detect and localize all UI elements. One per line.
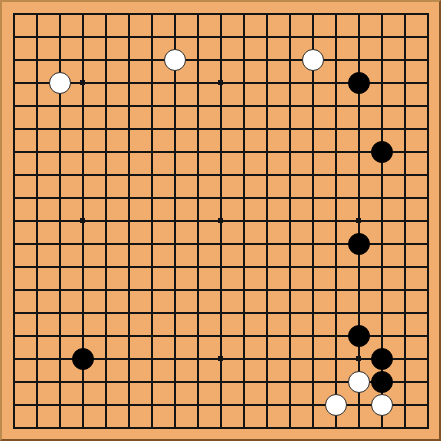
intersection-E17[interactable]: [94, 48, 117, 71]
intersection-N18[interactable]: [278, 25, 301, 48]
intersection-R4[interactable]: [370, 347, 393, 370]
intersection-N14[interactable]: [278, 117, 301, 140]
intersection-C4[interactable]: [48, 347, 71, 370]
intersection-K17[interactable]: [209, 48, 232, 71]
intersection-L9[interactable]: [232, 232, 255, 255]
intersection-H6[interactable]: [163, 301, 186, 324]
intersection-O6[interactable]: [301, 301, 324, 324]
intersection-R10[interactable]: [370, 209, 393, 232]
intersection-Q14[interactable]: [347, 117, 370, 140]
intersection-F18[interactable]: [117, 25, 140, 48]
intersection-D18[interactable]: [71, 25, 94, 48]
intersection-S15[interactable]: [393, 94, 416, 117]
intersection-F16[interactable]: [117, 71, 140, 94]
intersection-C9[interactable]: [48, 232, 71, 255]
intersection-G1[interactable]: [140, 416, 163, 439]
intersection-T4[interactable]: [416, 347, 439, 370]
intersection-L18[interactable]: [232, 25, 255, 48]
intersection-K9[interactable]: [209, 232, 232, 255]
intersection-C2[interactable]: [48, 393, 71, 416]
intersection-D1[interactable]: [71, 416, 94, 439]
intersection-Q3[interactable]: [347, 370, 370, 393]
intersection-N6[interactable]: [278, 301, 301, 324]
intersection-T8[interactable]: [416, 255, 439, 278]
intersection-Q8[interactable]: [347, 255, 370, 278]
intersection-G8[interactable]: [140, 255, 163, 278]
intersection-O8[interactable]: [301, 255, 324, 278]
intersection-E8[interactable]: [94, 255, 117, 278]
intersection-J10[interactable]: [186, 209, 209, 232]
intersection-E15[interactable]: [94, 94, 117, 117]
intersection-C19[interactable]: [48, 2, 71, 25]
intersection-C1[interactable]: [48, 416, 71, 439]
intersection-O9[interactable]: [301, 232, 324, 255]
intersection-A16[interactable]: [2, 71, 25, 94]
intersection-O2[interactable]: [301, 393, 324, 416]
intersection-E7[interactable]: [94, 278, 117, 301]
intersection-R6[interactable]: [370, 301, 393, 324]
intersection-G9[interactable]: [140, 232, 163, 255]
intersection-M10[interactable]: [255, 209, 278, 232]
intersection-P13[interactable]: [324, 140, 347, 163]
intersection-N7[interactable]: [278, 278, 301, 301]
intersection-G5[interactable]: [140, 324, 163, 347]
intersection-C13[interactable]: [48, 140, 71, 163]
intersection-B15[interactable]: [25, 94, 48, 117]
intersection-B6[interactable]: [25, 301, 48, 324]
intersection-D10[interactable]: [71, 209, 94, 232]
intersection-D15[interactable]: [71, 94, 94, 117]
intersection-S6[interactable]: [393, 301, 416, 324]
intersection-N13[interactable]: [278, 140, 301, 163]
intersection-P17[interactable]: [324, 48, 347, 71]
intersection-T1[interactable]: [416, 416, 439, 439]
intersection-R15[interactable]: [370, 94, 393, 117]
intersection-M11[interactable]: [255, 186, 278, 209]
intersection-K19[interactable]: [209, 2, 232, 25]
intersection-B9[interactable]: [25, 232, 48, 255]
intersection-N10[interactable]: [278, 209, 301, 232]
intersection-M14[interactable]: [255, 117, 278, 140]
intersection-P19[interactable]: [324, 2, 347, 25]
intersection-C15[interactable]: [48, 94, 71, 117]
intersection-T9[interactable]: [416, 232, 439, 255]
intersection-D11[interactable]: [71, 186, 94, 209]
intersection-R19[interactable]: [370, 2, 393, 25]
intersection-R3[interactable]: [370, 370, 393, 393]
intersection-L10[interactable]: [232, 209, 255, 232]
intersection-T10[interactable]: [416, 209, 439, 232]
intersection-H11[interactable]: [163, 186, 186, 209]
intersection-E11[interactable]: [94, 186, 117, 209]
intersection-F14[interactable]: [117, 117, 140, 140]
intersection-B10[interactable]: [25, 209, 48, 232]
intersection-B5[interactable]: [25, 324, 48, 347]
intersection-B14[interactable]: [25, 117, 48, 140]
intersection-K13[interactable]: [209, 140, 232, 163]
intersection-A5[interactable]: [2, 324, 25, 347]
intersection-J8[interactable]: [186, 255, 209, 278]
intersection-K2[interactable]: [209, 393, 232, 416]
intersection-C12[interactable]: [48, 163, 71, 186]
intersection-H14[interactable]: [163, 117, 186, 140]
intersection-R16[interactable]: [370, 71, 393, 94]
intersection-M5[interactable]: [255, 324, 278, 347]
intersection-M8[interactable]: [255, 255, 278, 278]
intersection-O11[interactable]: [301, 186, 324, 209]
intersection-Q19[interactable]: [347, 2, 370, 25]
intersection-J6[interactable]: [186, 301, 209, 324]
intersection-P7[interactable]: [324, 278, 347, 301]
intersection-K1[interactable]: [209, 416, 232, 439]
intersection-Q7[interactable]: [347, 278, 370, 301]
intersection-S4[interactable]: [393, 347, 416, 370]
intersection-D8[interactable]: [71, 255, 94, 278]
intersection-R9[interactable]: [370, 232, 393, 255]
intersection-P16[interactable]: [324, 71, 347, 94]
intersection-M19[interactable]: [255, 2, 278, 25]
intersection-B7[interactable]: [25, 278, 48, 301]
intersection-E1[interactable]: [94, 416, 117, 439]
intersection-B2[interactable]: [25, 393, 48, 416]
intersection-F9[interactable]: [117, 232, 140, 255]
intersection-R14[interactable]: [370, 117, 393, 140]
intersection-C14[interactable]: [48, 117, 71, 140]
intersection-F10[interactable]: [117, 209, 140, 232]
intersection-F4[interactable]: [117, 347, 140, 370]
intersection-M7[interactable]: [255, 278, 278, 301]
intersection-N5[interactable]: [278, 324, 301, 347]
intersection-T6[interactable]: [416, 301, 439, 324]
intersection-G15[interactable]: [140, 94, 163, 117]
intersection-D17[interactable]: [71, 48, 94, 71]
intersection-D6[interactable]: [71, 301, 94, 324]
intersection-K4[interactable]: [209, 347, 232, 370]
intersection-M6[interactable]: [255, 301, 278, 324]
intersection-R12[interactable]: [370, 163, 393, 186]
intersection-E9[interactable]: [94, 232, 117, 255]
intersection-T11[interactable]: [416, 186, 439, 209]
intersection-H9[interactable]: [163, 232, 186, 255]
intersection-A1[interactable]: [2, 416, 25, 439]
intersection-D19[interactable]: [71, 2, 94, 25]
intersection-N16[interactable]: [278, 71, 301, 94]
intersection-G2[interactable]: [140, 393, 163, 416]
intersection-G14[interactable]: [140, 117, 163, 140]
intersection-S8[interactable]: [393, 255, 416, 278]
intersection-J1[interactable]: [186, 416, 209, 439]
intersection-L17[interactable]: [232, 48, 255, 71]
intersection-L11[interactable]: [232, 186, 255, 209]
intersection-O10[interactable]: [301, 209, 324, 232]
intersection-H18[interactable]: [163, 25, 186, 48]
intersection-A12[interactable]: [2, 163, 25, 186]
intersection-J4[interactable]: [186, 347, 209, 370]
intersection-O7[interactable]: [301, 278, 324, 301]
intersection-Q5[interactable]: [347, 324, 370, 347]
intersection-H4[interactable]: [163, 347, 186, 370]
intersection-P18[interactable]: [324, 25, 347, 48]
intersection-J2[interactable]: [186, 393, 209, 416]
intersection-P3[interactable]: [324, 370, 347, 393]
intersection-J7[interactable]: [186, 278, 209, 301]
intersection-D13[interactable]: [71, 140, 94, 163]
intersection-A11[interactable]: [2, 186, 25, 209]
intersection-S13[interactable]: [393, 140, 416, 163]
intersection-B17[interactable]: [25, 48, 48, 71]
intersection-A4[interactable]: [2, 347, 25, 370]
intersection-Q9[interactable]: [347, 232, 370, 255]
intersection-S18[interactable]: [393, 25, 416, 48]
intersection-K11[interactable]: [209, 186, 232, 209]
intersection-E14[interactable]: [94, 117, 117, 140]
intersection-R13[interactable]: [370, 140, 393, 163]
intersection-H13[interactable]: [163, 140, 186, 163]
intersection-A18[interactable]: [2, 25, 25, 48]
intersection-L13[interactable]: [232, 140, 255, 163]
intersection-H19[interactable]: [163, 2, 186, 25]
intersection-R2[interactable]: [370, 393, 393, 416]
intersection-L15[interactable]: [232, 94, 255, 117]
intersection-F15[interactable]: [117, 94, 140, 117]
intersection-S10[interactable]: [393, 209, 416, 232]
intersection-P5[interactable]: [324, 324, 347, 347]
intersection-L6[interactable]: [232, 301, 255, 324]
intersection-Q2[interactable]: [347, 393, 370, 416]
intersection-C6[interactable]: [48, 301, 71, 324]
intersection-M2[interactable]: [255, 393, 278, 416]
intersection-T15[interactable]: [416, 94, 439, 117]
intersection-J11[interactable]: [186, 186, 209, 209]
intersection-O12[interactable]: [301, 163, 324, 186]
intersection-P9[interactable]: [324, 232, 347, 255]
intersection-M17[interactable]: [255, 48, 278, 71]
intersection-M4[interactable]: [255, 347, 278, 370]
intersection-M9[interactable]: [255, 232, 278, 255]
intersection-F1[interactable]: [117, 416, 140, 439]
intersection-E3[interactable]: [94, 370, 117, 393]
intersection-K14[interactable]: [209, 117, 232, 140]
intersection-Q1[interactable]: [347, 416, 370, 439]
intersection-S5[interactable]: [393, 324, 416, 347]
intersection-G13[interactable]: [140, 140, 163, 163]
intersection-C16[interactable]: [48, 71, 71, 94]
intersection-L16[interactable]: [232, 71, 255, 94]
intersection-L19[interactable]: [232, 2, 255, 25]
intersection-F13[interactable]: [117, 140, 140, 163]
intersection-J15[interactable]: [186, 94, 209, 117]
intersection-P10[interactable]: [324, 209, 347, 232]
intersection-P12[interactable]: [324, 163, 347, 186]
intersection-B11[interactable]: [25, 186, 48, 209]
intersection-A19[interactable]: [2, 2, 25, 25]
intersection-L7[interactable]: [232, 278, 255, 301]
intersection-D3[interactable]: [71, 370, 94, 393]
intersection-D16[interactable]: [71, 71, 94, 94]
intersection-C7[interactable]: [48, 278, 71, 301]
intersection-G10[interactable]: [140, 209, 163, 232]
intersection-N1[interactable]: [278, 416, 301, 439]
intersection-P14[interactable]: [324, 117, 347, 140]
intersection-A14[interactable]: [2, 117, 25, 140]
intersection-O4[interactable]: [301, 347, 324, 370]
intersection-C10[interactable]: [48, 209, 71, 232]
intersection-K18[interactable]: [209, 25, 232, 48]
intersection-M16[interactable]: [255, 71, 278, 94]
intersection-Q17[interactable]: [347, 48, 370, 71]
intersection-F11[interactable]: [117, 186, 140, 209]
intersection-H2[interactable]: [163, 393, 186, 416]
intersection-K15[interactable]: [209, 94, 232, 117]
intersection-H5[interactable]: [163, 324, 186, 347]
intersection-L5[interactable]: [232, 324, 255, 347]
intersection-Q12[interactable]: [347, 163, 370, 186]
intersection-N8[interactable]: [278, 255, 301, 278]
intersection-B19[interactable]: [25, 2, 48, 25]
intersection-H12[interactable]: [163, 163, 186, 186]
intersection-P6[interactable]: [324, 301, 347, 324]
intersection-Q6[interactable]: [347, 301, 370, 324]
intersection-N3[interactable]: [278, 370, 301, 393]
intersection-G19[interactable]: [140, 2, 163, 25]
intersection-E13[interactable]: [94, 140, 117, 163]
intersection-J5[interactable]: [186, 324, 209, 347]
intersection-K12[interactable]: [209, 163, 232, 186]
intersection-F12[interactable]: [117, 163, 140, 186]
intersection-K16[interactable]: [209, 71, 232, 94]
intersection-A9[interactable]: [2, 232, 25, 255]
intersection-D12[interactable]: [71, 163, 94, 186]
intersection-L12[interactable]: [232, 163, 255, 186]
intersection-L1[interactable]: [232, 416, 255, 439]
intersection-D4[interactable]: [71, 347, 94, 370]
intersection-E16[interactable]: [94, 71, 117, 94]
intersection-H15[interactable]: [163, 94, 186, 117]
intersection-G4[interactable]: [140, 347, 163, 370]
intersection-T2[interactable]: [416, 393, 439, 416]
intersection-G3[interactable]: [140, 370, 163, 393]
intersection-D9[interactable]: [71, 232, 94, 255]
intersection-J16[interactable]: [186, 71, 209, 94]
intersection-A17[interactable]: [2, 48, 25, 71]
intersection-R7[interactable]: [370, 278, 393, 301]
intersection-H8[interactable]: [163, 255, 186, 278]
intersection-F17[interactable]: [117, 48, 140, 71]
intersection-B3[interactable]: [25, 370, 48, 393]
intersection-N19[interactable]: [278, 2, 301, 25]
intersection-N12[interactable]: [278, 163, 301, 186]
intersection-D2[interactable]: [71, 393, 94, 416]
intersection-L4[interactable]: [232, 347, 255, 370]
intersection-C5[interactable]: [48, 324, 71, 347]
intersection-M18[interactable]: [255, 25, 278, 48]
intersection-T17[interactable]: [416, 48, 439, 71]
intersection-L8[interactable]: [232, 255, 255, 278]
intersection-R17[interactable]: [370, 48, 393, 71]
intersection-N17[interactable]: [278, 48, 301, 71]
intersection-E5[interactable]: [94, 324, 117, 347]
intersection-J12[interactable]: [186, 163, 209, 186]
intersection-O18[interactable]: [301, 25, 324, 48]
intersection-R5[interactable]: [370, 324, 393, 347]
intersection-L3[interactable]: [232, 370, 255, 393]
intersection-R1[interactable]: [370, 416, 393, 439]
intersection-B12[interactable]: [25, 163, 48, 186]
intersection-N11[interactable]: [278, 186, 301, 209]
intersection-A3[interactable]: [2, 370, 25, 393]
intersection-G18[interactable]: [140, 25, 163, 48]
intersection-N4[interactable]: [278, 347, 301, 370]
intersection-J14[interactable]: [186, 117, 209, 140]
intersection-N9[interactable]: [278, 232, 301, 255]
intersection-O14[interactable]: [301, 117, 324, 140]
intersection-O16[interactable]: [301, 71, 324, 94]
intersection-F6[interactable]: [117, 301, 140, 324]
intersection-L14[interactable]: [232, 117, 255, 140]
intersection-A15[interactable]: [2, 94, 25, 117]
intersection-T7[interactable]: [416, 278, 439, 301]
intersection-B4[interactable]: [25, 347, 48, 370]
intersection-H7[interactable]: [163, 278, 186, 301]
intersection-P15[interactable]: [324, 94, 347, 117]
intersection-Q15[interactable]: [347, 94, 370, 117]
intersection-M1[interactable]: [255, 416, 278, 439]
intersection-J18[interactable]: [186, 25, 209, 48]
intersection-F7[interactable]: [117, 278, 140, 301]
intersection-S12[interactable]: [393, 163, 416, 186]
intersection-O17[interactable]: [301, 48, 324, 71]
intersection-P11[interactable]: [324, 186, 347, 209]
intersection-M13[interactable]: [255, 140, 278, 163]
intersection-B13[interactable]: [25, 140, 48, 163]
intersection-G11[interactable]: [140, 186, 163, 209]
intersection-O19[interactable]: [301, 2, 324, 25]
intersection-Q13[interactable]: [347, 140, 370, 163]
intersection-B1[interactable]: [25, 416, 48, 439]
intersection-A8[interactable]: [2, 255, 25, 278]
intersection-K10[interactable]: [209, 209, 232, 232]
intersection-D14[interactable]: [71, 117, 94, 140]
intersection-P1[interactable]: [324, 416, 347, 439]
intersection-T14[interactable]: [416, 117, 439, 140]
intersection-O1[interactable]: [301, 416, 324, 439]
intersection-T19[interactable]: [416, 2, 439, 25]
intersection-P2[interactable]: [324, 393, 347, 416]
intersection-R8[interactable]: [370, 255, 393, 278]
intersection-S14[interactable]: [393, 117, 416, 140]
intersection-E19[interactable]: [94, 2, 117, 25]
intersection-N15[interactable]: [278, 94, 301, 117]
intersection-J3[interactable]: [186, 370, 209, 393]
intersection-S7[interactable]: [393, 278, 416, 301]
intersection-T16[interactable]: [416, 71, 439, 94]
intersection-C17[interactable]: [48, 48, 71, 71]
intersection-H17[interactable]: [163, 48, 186, 71]
intersection-Q16[interactable]: [347, 71, 370, 94]
intersection-F8[interactable]: [117, 255, 140, 278]
intersection-E6[interactable]: [94, 301, 117, 324]
intersection-C8[interactable]: [48, 255, 71, 278]
intersection-G16[interactable]: [140, 71, 163, 94]
intersection-T13[interactable]: [416, 140, 439, 163]
intersection-Q10[interactable]: [347, 209, 370, 232]
intersection-A6[interactable]: [2, 301, 25, 324]
intersection-T5[interactable]: [416, 324, 439, 347]
intersection-A7[interactable]: [2, 278, 25, 301]
intersection-K3[interactable]: [209, 370, 232, 393]
intersection-K6[interactable]: [209, 301, 232, 324]
intersection-E2[interactable]: [94, 393, 117, 416]
